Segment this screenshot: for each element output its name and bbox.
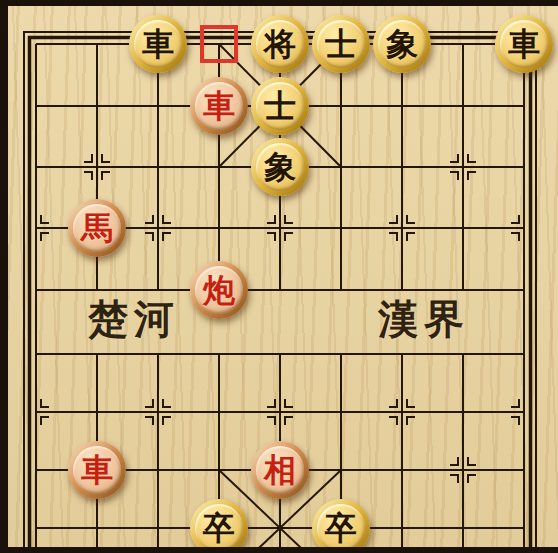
piece-red-chariot[interactable]: 車: [190, 77, 248, 135]
piece-glyph: 象: [264, 151, 296, 183]
last-move-from-highlight: [200, 25, 238, 63]
river-label-chu-he: 楚河: [88, 298, 180, 342]
piece-glyph: 相: [264, 454, 296, 486]
piece-glyph: 炮: [203, 274, 235, 306]
screenshot-edge-left: [0, 0, 8, 553]
piece-black-advisor[interactable]: 士: [312, 15, 370, 73]
screenshot-edge-bottom: [0, 547, 558, 553]
piece-glyph: 車: [142, 28, 174, 60]
piece-black-chariot[interactable]: 車: [129, 15, 187, 73]
piece-glyph: 車: [81, 454, 113, 486]
piece-glyph: 馬: [81, 212, 113, 244]
piece-black-chariot[interactable]: 車: [495, 15, 553, 73]
piece-red-elephant[interactable]: 相: [251, 441, 309, 499]
piece-red-horse[interactable]: 馬: [68, 199, 126, 257]
piece-glyph: 卒: [203, 512, 235, 544]
piece-black-elephant[interactable]: 象: [251, 138, 309, 196]
piece-black-general[interactable]: 将: [251, 15, 309, 73]
piece-glyph: 車: [508, 28, 540, 60]
piece-glyph: 士: [264, 90, 296, 122]
piece-glyph: 車: [203, 90, 235, 122]
xiangqi-board[interactable]: 楚河 漢界 車将士象車車士象馬炮車相卒卒: [0, 0, 558, 553]
piece-glyph: 卒: [325, 512, 357, 544]
screenshot-edge-top: [0, 0, 558, 6]
piece-black-elephant[interactable]: 象: [373, 15, 431, 73]
piece-red-chariot[interactable]: 車: [68, 441, 126, 499]
piece-red-cannon[interactable]: 炮: [190, 261, 248, 319]
piece-black-soldier[interactable]: 卒: [312, 499, 370, 553]
piece-black-advisor[interactable]: 士: [251, 77, 309, 135]
piece-glyph: 士: [325, 28, 357, 60]
piece-black-soldier[interactable]: 卒: [190, 499, 248, 553]
piece-glyph: 象: [386, 28, 418, 60]
river-label-han-jie: 漢界: [378, 298, 470, 342]
piece-glyph: 将: [264, 28, 296, 60]
